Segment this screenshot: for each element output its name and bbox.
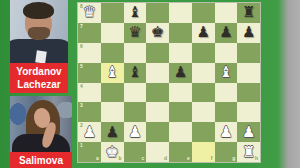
square-g5[interactable]: ♝ xyxy=(215,63,238,83)
rank-label-1: 1 xyxy=(80,143,83,148)
file-label-b: b xyxy=(118,156,121,161)
square-g2[interactable]: ♟ xyxy=(215,122,238,142)
white-king-b1[interactable]: ♚ xyxy=(105,145,118,160)
file-label-e: e xyxy=(187,156,190,161)
player-name-bottom-line1: Salimova xyxy=(19,155,63,166)
square-h3[interactable] xyxy=(237,102,260,122)
file-label-h: h xyxy=(255,156,258,161)
black-rook-h8[interactable]: ♜ xyxy=(242,5,255,20)
player-top-hair xyxy=(23,2,54,19)
square-b5[interactable]: ♝ xyxy=(101,63,124,83)
square-b8[interactable] xyxy=(101,3,124,23)
square-g6[interactable] xyxy=(215,43,238,63)
white-rook-h1[interactable]: ♜ xyxy=(242,145,255,160)
rank-label-4: 4 xyxy=(80,84,83,89)
square-e5[interactable]: ♟ xyxy=(169,63,192,83)
square-f1[interactable]: f xyxy=(192,142,215,162)
player-name-top-line1: Yordanov xyxy=(16,65,61,78)
player-top-shirt xyxy=(35,50,47,63)
square-a1[interactable]: 1a xyxy=(78,142,101,162)
square-h2[interactable]: ♟ xyxy=(237,122,260,142)
player-photo-bottom xyxy=(10,96,72,152)
square-e3[interactable] xyxy=(169,102,192,122)
square-e7[interactable] xyxy=(169,23,192,43)
square-f8[interactable] xyxy=(192,3,215,23)
square-a8[interactable]: 8♛ xyxy=(78,3,101,23)
square-c4[interactable] xyxy=(124,83,147,103)
square-b7[interactable] xyxy=(101,23,124,43)
player-name-bottom: Salimova xyxy=(10,152,72,168)
square-a4[interactable]: 4 xyxy=(78,83,101,103)
square-d3[interactable] xyxy=(146,102,169,122)
player-name-top: Yordanov Lachezar xyxy=(10,63,68,93)
black-king-d7[interactable]: ♚ xyxy=(151,25,164,40)
square-h1[interactable]: h♜ xyxy=(237,142,260,162)
player-photo-top xyxy=(10,0,68,63)
black-pawn-e5[interactable]: ♟ xyxy=(174,65,187,80)
chess-board: 8♛♝♜7♛♚♟♟♟65♝♝♟♝432♟♟♟♟♟1ab♚cdefgh♜ xyxy=(77,2,261,163)
rank-label-7: 7 xyxy=(80,24,83,29)
square-c7[interactable]: ♛ xyxy=(124,23,147,43)
rank-label-3: 3 xyxy=(80,103,83,108)
square-g7[interactable]: ♟ xyxy=(215,23,238,43)
square-a2[interactable]: 2♟ xyxy=(78,122,101,142)
rank-label-2: 2 xyxy=(80,123,83,128)
black-pawn-f7[interactable]: ♟ xyxy=(196,25,209,40)
player-top-beard xyxy=(28,27,50,40)
file-label-a: a xyxy=(96,156,99,161)
square-h7[interactable]: ♟ xyxy=(237,23,260,43)
square-f3[interactable] xyxy=(192,102,215,122)
player-name-top-line2: Lachezar xyxy=(17,78,60,91)
black-queen-c7[interactable]: ♛ xyxy=(128,25,141,40)
black-pawn-g7[interactable]: ♟ xyxy=(219,25,232,40)
rank-label-6: 6 xyxy=(80,44,83,49)
square-f4[interactable] xyxy=(192,83,215,103)
rank-label-8: 8 xyxy=(80,4,83,9)
square-d2[interactable] xyxy=(146,122,169,142)
square-e4[interactable] xyxy=(169,83,192,103)
square-g8[interactable] xyxy=(215,3,238,23)
rank-label-5: 5 xyxy=(80,64,83,69)
white-queen-a8[interactable]: ♛ xyxy=(83,5,96,20)
square-c3[interactable] xyxy=(124,102,147,122)
square-f6[interactable] xyxy=(192,43,215,63)
square-d4[interactable] xyxy=(146,83,169,103)
white-pawn-c2[interactable]: ♟ xyxy=(128,125,141,140)
white-pawn-g2[interactable]: ♟ xyxy=(219,125,232,140)
square-f7[interactable]: ♟ xyxy=(192,23,215,43)
black-pawn-h7[interactable]: ♟ xyxy=(242,25,255,40)
square-h8[interactable]: ♜ xyxy=(237,3,260,23)
square-h5[interactable] xyxy=(237,63,260,83)
square-d8[interactable] xyxy=(146,3,169,23)
square-e8[interactable] xyxy=(169,3,192,23)
video-frame: Yordanov Lachezar Salimova 8♛♝♜7♛♚♟♟♟65♝… xyxy=(0,0,300,168)
square-a7[interactable]: 7 xyxy=(78,23,101,43)
right-grey-strip xyxy=(278,0,300,168)
black-bishop-c8[interactable]: ♝ xyxy=(128,5,141,20)
white-pawn-a2[interactable]: ♟ xyxy=(83,125,96,140)
square-b4[interactable] xyxy=(101,83,124,103)
square-a6[interactable]: 6 xyxy=(78,43,101,63)
file-label-g: g xyxy=(232,156,235,161)
white-bishop-b5[interactable]: ♝ xyxy=(105,65,118,80)
black-pawn-b2[interactable]: ♟ xyxy=(105,125,118,140)
square-b6[interactable] xyxy=(101,43,124,63)
white-pawn-h2[interactable]: ♟ xyxy=(242,125,255,140)
square-h6[interactable] xyxy=(237,43,260,63)
square-e1[interactable]: e xyxy=(169,142,192,162)
square-d5[interactable] xyxy=(146,63,169,83)
file-label-c: c xyxy=(141,156,144,161)
square-h4[interactable] xyxy=(237,83,260,103)
square-c6[interactable] xyxy=(124,43,147,63)
black-bishop-c5[interactable]: ♝ xyxy=(128,65,141,80)
square-a3[interactable]: 3 xyxy=(78,102,101,122)
white-bishop-g5[interactable]: ♝ xyxy=(219,65,232,80)
file-label-f: f xyxy=(211,156,213,161)
square-d1[interactable]: d xyxy=(146,142,169,162)
square-f2[interactable] xyxy=(192,122,215,142)
square-g4[interactable] xyxy=(215,83,238,103)
square-b3[interactable] xyxy=(101,102,124,122)
square-c2[interactable]: ♟ xyxy=(124,122,147,142)
square-d7[interactable]: ♚ xyxy=(146,23,169,43)
square-c1[interactable]: c xyxy=(124,142,147,162)
square-e6[interactable] xyxy=(169,43,192,63)
square-b1[interactable]: b♚ xyxy=(101,142,124,162)
square-b2[interactable]: ♟ xyxy=(101,122,124,142)
square-d6[interactable] xyxy=(146,43,169,63)
square-c5[interactable]: ♝ xyxy=(124,63,147,83)
square-e2[interactable] xyxy=(169,122,192,142)
square-g1[interactable]: g xyxy=(215,142,238,162)
file-label-d: d xyxy=(164,156,167,161)
square-c8[interactable]: ♝ xyxy=(124,3,147,23)
square-g3[interactable] xyxy=(215,102,238,122)
square-a5[interactable]: 5 xyxy=(78,63,101,83)
square-f5[interactable] xyxy=(192,63,215,83)
